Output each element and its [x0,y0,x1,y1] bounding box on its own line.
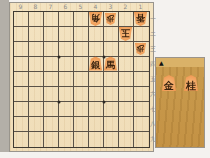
square-9九[interactable] [14,132,29,147]
shogi-grid: 角歩香玉歩銀馬 [13,11,150,148]
square-3六[interactable] [104,87,119,102]
hand-piece-金[interactable]: 金 [162,75,176,91]
square-8八[interactable] [29,117,44,132]
square-9八[interactable] [14,117,29,132]
hand-pieces-row: 金桂 [156,75,204,91]
square-8五[interactable] [29,72,44,87]
square-2九[interactable] [119,132,134,147]
square-6七[interactable] [59,102,74,117]
star-point [103,101,106,104]
square-2四[interactable] [119,57,134,72]
hand-piece-桂[interactable]: 桂 [184,75,198,91]
file-label-7: 7 [43,3,58,11]
tsume-shogi-widget: 987654321 一二三四五六七八九 角歩香玉歩銀馬 ▲ 金桂 [0,0,210,158]
square-3二[interactable] [104,27,119,42]
piece-kanji: 金 [164,81,174,91]
square-2五[interactable] [119,72,134,87]
square-1四[interactable] [134,57,149,72]
square-7九[interactable] [44,132,59,147]
square-8四[interactable] [29,57,44,72]
square-3五[interactable] [104,72,119,87]
square-5九[interactable] [74,132,89,147]
square-6四[interactable] [59,57,74,72]
piece-gote-3一[interactable]: 歩 [105,13,116,25]
square-4六[interactable] [89,87,104,102]
square-2三[interactable] [119,42,134,57]
piece-gote-1一[interactable]: 香 [134,12,147,26]
square-6二[interactable] [59,27,74,42]
file-label-9: 9 [13,3,28,11]
square-4九[interactable] [89,132,104,147]
piece-kanji: 銀 [91,61,100,71]
square-5一[interactable] [74,12,89,27]
square-6八[interactable] [59,117,74,132]
square-9一[interactable] [14,12,29,27]
square-9七[interactable] [14,102,29,117]
star-point [58,56,61,59]
file-label-5: 5 [73,3,88,11]
square-1五[interactable] [134,72,149,87]
square-9六[interactable] [14,87,29,102]
square-3八[interactable] [104,117,119,132]
square-4二[interactable] [89,27,104,42]
square-4三[interactable] [89,42,104,57]
square-8一[interactable] [29,12,44,27]
square-7四[interactable] [44,57,59,72]
square-5五[interactable] [74,72,89,87]
square-9五[interactable] [14,72,29,87]
star-point [58,101,61,104]
square-1二[interactable] [134,27,149,42]
square-2六[interactable] [119,87,134,102]
file-labels: 987654321 [13,3,148,11]
square-2七[interactable] [119,102,134,117]
square-7一[interactable] [44,12,59,27]
piece-kanji: 歩 [107,13,115,22]
square-5二[interactable] [74,27,89,42]
piece-kanji: 桂 [186,81,196,91]
square-5四[interactable] [74,57,89,72]
rank-label-三: 三 [149,41,157,56]
piece-kanji: 香 [136,12,145,22]
square-7三[interactable] [44,42,59,57]
square-5六[interactable] [74,87,89,102]
square-6三[interactable] [59,42,74,57]
piece-kanji: 馬 [106,61,115,71]
square-3七[interactable] [104,102,119,117]
square-9四[interactable] [14,57,29,72]
piece-kanji: 歩 [137,43,145,52]
piece-gote-4一[interactable]: 角 [89,12,102,26]
square-1九[interactable] [134,132,149,147]
square-6九[interactable] [59,132,74,147]
piece-gote-1三[interactable]: 歩 [135,43,146,55]
square-5三[interactable] [74,42,89,57]
rank-label-二: 二 [149,26,157,41]
square-2八[interactable] [119,117,134,132]
piece-kanji: 角 [91,12,100,22]
square-1八[interactable] [134,117,149,132]
square-9三[interactable] [14,42,29,57]
square-2一[interactable] [119,12,134,27]
square-5七[interactable] [74,102,89,117]
square-8七[interactable] [29,102,44,117]
square-6六[interactable] [59,87,74,102]
file-label-2: 2 [118,3,133,11]
square-5八[interactable] [74,117,89,132]
square-4五[interactable] [89,72,104,87]
square-4八[interactable] [89,117,104,132]
star-point [103,56,106,59]
square-6一[interactable] [59,12,74,27]
square-9二[interactable] [14,27,29,42]
square-7七[interactable] [44,102,59,117]
square-1七[interactable] [134,102,149,117]
square-8九[interactable] [29,132,44,147]
shogi-board-panel: 987654321 一二三四五六七八九 角歩香玉歩銀馬 [9,2,154,152]
komadai-top-strip: ▲ [156,58,204,67]
file-label-4: 4 [88,3,103,11]
square-8三[interactable] [29,42,44,57]
rank-label-一: 一 [149,11,157,26]
left-margin-strip [0,0,9,152]
square-8六[interactable] [29,87,44,102]
square-8二[interactable] [29,27,44,42]
square-3九[interactable] [104,132,119,147]
square-6五[interactable] [59,72,74,87]
file-label-3: 3 [103,3,118,11]
piece-gote-2二[interactable]: 玉 [119,27,132,41]
sente-marker-icon: ▲ [159,59,164,66]
square-7二[interactable] [44,27,59,42]
file-label-6: 6 [58,3,73,11]
square-4七[interactable] [89,102,104,117]
square-1六[interactable] [134,87,149,102]
square-7六[interactable] [44,87,59,102]
file-label-8: 8 [28,3,43,11]
piece-kanji: 玉 [121,27,130,37]
square-7五[interactable] [44,72,59,87]
file-label-1: 1 [133,3,148,11]
square-7八[interactable] [44,117,59,132]
komadai-sente: ▲ 金桂 [155,57,205,148]
square-3三[interactable] [104,42,119,57]
